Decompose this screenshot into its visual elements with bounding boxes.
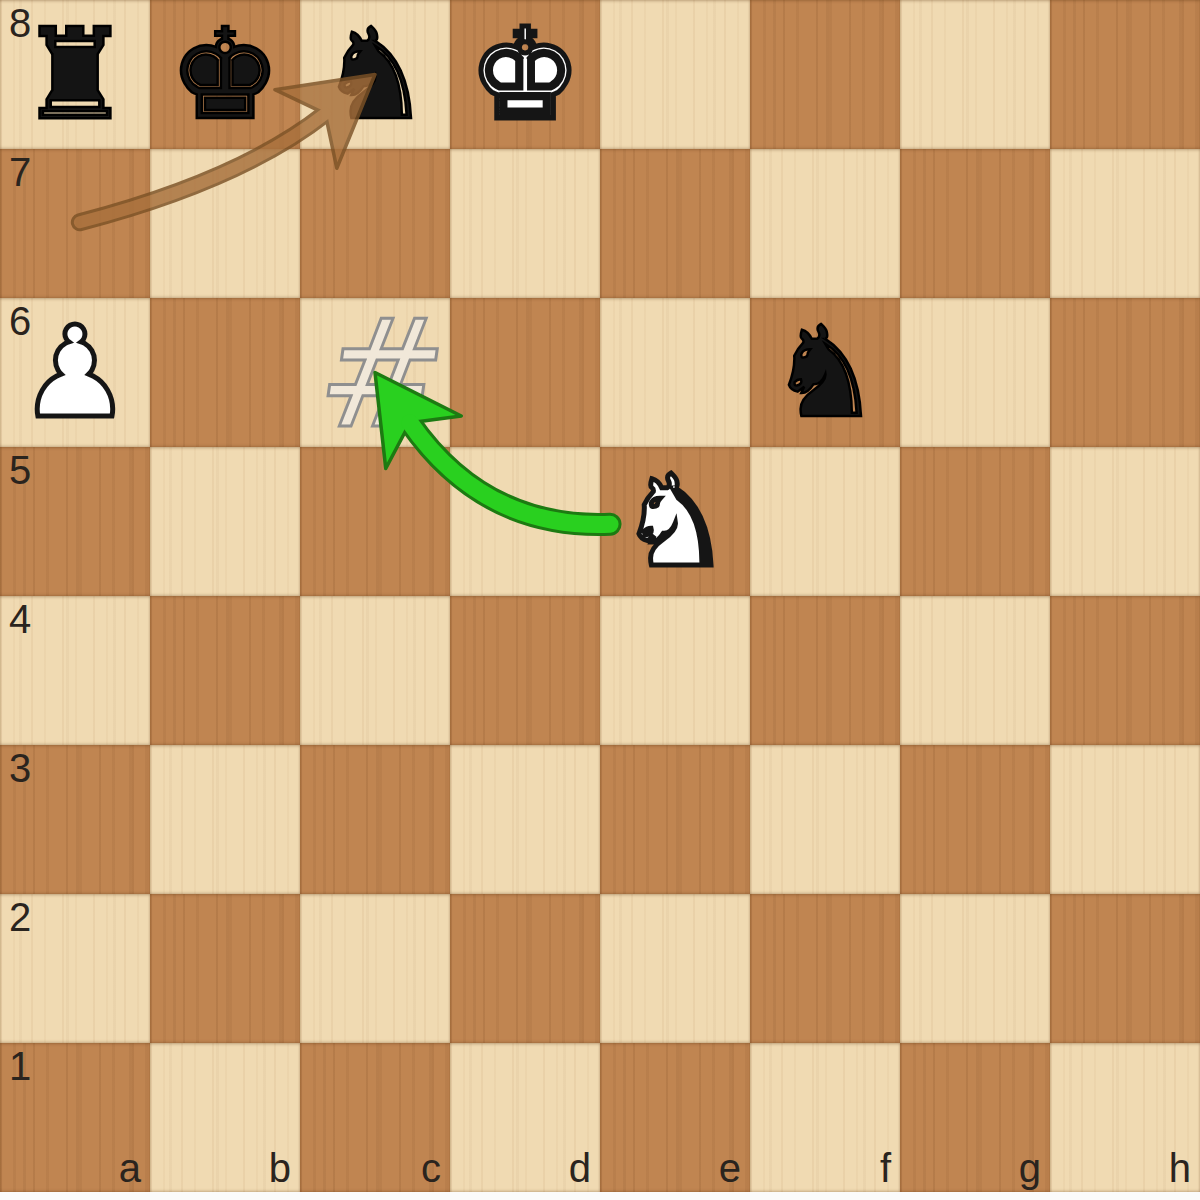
square-g2[interactable] [900, 894, 1050, 1043]
rank-label-7: 7 [9, 152, 31, 192]
square-e5[interactable]: ♞ [600, 447, 750, 596]
square-b8[interactable]: ♚ [150, 0, 300, 149]
square-f1[interactable]: f [750, 1043, 900, 1192]
square-h6[interactable] [1050, 298, 1200, 447]
rank-label-5: 5 [9, 450, 31, 490]
square-g1[interactable]: g [900, 1043, 1050, 1192]
square-c2[interactable] [300, 894, 450, 1043]
square-b2[interactable] [150, 894, 300, 1043]
piece-black-knight[interactable]: ♞ [750, 298, 900, 447]
square-g6[interactable] [900, 298, 1050, 447]
square-c5[interactable] [300, 447, 450, 596]
rank-label-4: 4 [9, 599, 31, 639]
square-g4[interactable] [900, 596, 1050, 745]
file-label-e: e [719, 1148, 741, 1188]
piece-white-pawn[interactable]: ♟ [0, 298, 150, 447]
square-c7[interactable] [300, 149, 450, 298]
square-c1[interactable]: c [300, 1043, 450, 1192]
square-c3[interactable] [300, 745, 450, 894]
file-label-b: b [269, 1148, 291, 1188]
square-f6[interactable]: ♞ [750, 298, 900, 447]
square-b6[interactable] [150, 298, 300, 447]
square-e2[interactable] [600, 894, 750, 1043]
square-a7[interactable]: 7 [0, 149, 150, 298]
square-h1[interactable]: h [1050, 1043, 1200, 1192]
square-b1[interactable]: b [150, 1043, 300, 1192]
square-h7[interactable] [1050, 149, 1200, 298]
file-label-h: h [1169, 1148, 1191, 1188]
square-a5[interactable]: 5 [0, 447, 150, 596]
file-label-c: c [421, 1148, 441, 1188]
square-d5[interactable] [450, 447, 600, 596]
square-d6[interactable] [450, 298, 600, 447]
square-a4[interactable]: 4 [0, 596, 150, 745]
square-f4[interactable] [750, 596, 900, 745]
square-h3[interactable] [1050, 745, 1200, 894]
piece-black-king[interactable]: ♚ [150, 0, 300, 149]
square-d8[interactable]: ♚ [450, 0, 600, 149]
chess-board[interactable]: 8♜♚♞♚76♟♞5♞4321abcdefgh [0, 0, 1200, 1192]
square-e7[interactable] [600, 149, 750, 298]
square-g7[interactable] [900, 149, 1050, 298]
square-e6[interactable] [600, 298, 750, 447]
square-f8[interactable] [750, 0, 900, 149]
bottom-strip [0, 1192, 1200, 1200]
piece-white-king[interactable]: ♚ [450, 0, 600, 149]
square-g8[interactable] [900, 0, 1050, 149]
file-label-f: f [880, 1148, 891, 1188]
square-d7[interactable] [450, 149, 600, 298]
square-b4[interactable] [150, 596, 300, 745]
file-label-g: g [1019, 1148, 1041, 1188]
square-e1[interactable]: e [600, 1043, 750, 1192]
square-d4[interactable] [450, 596, 600, 745]
piece-white-knight[interactable]: ♞ [600, 447, 750, 596]
square-f7[interactable] [750, 149, 900, 298]
square-e3[interactable] [600, 745, 750, 894]
square-g5[interactable] [900, 447, 1050, 596]
square-f3[interactable] [750, 745, 900, 894]
rank-label-2: 2 [9, 897, 31, 937]
square-a1[interactable]: 1a [0, 1043, 150, 1192]
square-a3[interactable]: 3 [0, 745, 150, 894]
square-d2[interactable] [450, 894, 600, 1043]
file-label-a: a [119, 1148, 141, 1188]
square-e4[interactable] [600, 596, 750, 745]
file-label-d: d [569, 1148, 591, 1188]
square-c8[interactable]: ♞ [300, 0, 450, 149]
square-h8[interactable] [1050, 0, 1200, 149]
square-f2[interactable] [750, 894, 900, 1043]
rank-label-1: 1 [9, 1046, 31, 1086]
square-h4[interactable] [1050, 596, 1200, 745]
square-a2[interactable]: 2 [0, 894, 150, 1043]
square-d3[interactable] [450, 745, 600, 894]
square-e8[interactable] [600, 0, 750, 149]
square-d1[interactable]: d [450, 1043, 600, 1192]
piece-black-knight[interactable]: ♞ [300, 0, 450, 149]
square-a8[interactable]: 8♜ [0, 0, 150, 149]
square-g3[interactable] [900, 745, 1050, 894]
square-h2[interactable] [1050, 894, 1200, 1043]
square-c6[interactable] [300, 298, 450, 447]
square-b7[interactable] [150, 149, 300, 298]
square-b3[interactable] [150, 745, 300, 894]
square-h5[interactable] [1050, 447, 1200, 596]
rank-label-3: 3 [9, 748, 31, 788]
square-a6[interactable]: 6♟ [0, 298, 150, 447]
square-b5[interactable] [150, 447, 300, 596]
chess-app: 8♜♚♞♚76♟♞5♞4321abcdefgh # [0, 0, 1200, 1200]
square-f5[interactable] [750, 447, 900, 596]
piece-black-rook[interactable]: ♜ [0, 0, 150, 149]
square-c4[interactable] [300, 596, 450, 745]
